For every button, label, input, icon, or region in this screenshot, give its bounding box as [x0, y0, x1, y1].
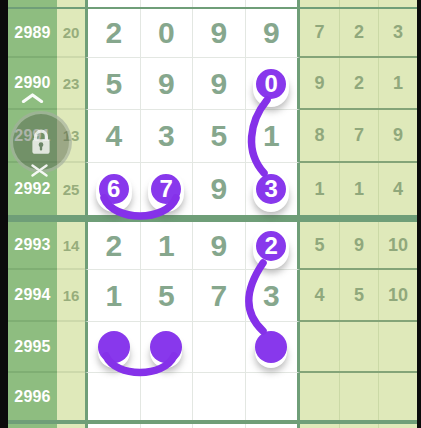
stat-cell: 2 [339, 9, 378, 56]
digit-cells [85, 373, 300, 420]
grid-cell[interactable]: 3 [140, 110, 193, 162]
stat-cells: 5 9 10 [300, 222, 417, 270]
stat-cell: 9 [378, 110, 417, 161]
stat-cell: 4 [378, 163, 417, 215]
stat-cell: 1 [339, 163, 378, 215]
stat-cells: 1 1 4 [300, 163, 417, 215]
row-number: 2989 [8, 9, 57, 58]
row-sum [57, 322, 85, 373]
stat-cell [300, 322, 339, 371]
block-separator [8, 215, 417, 222]
stat-cell: 8 [300, 110, 339, 161]
digit-cells: 6 7 9 3 [85, 163, 300, 215]
grid-cell[interactable]: 1 [140, 222, 193, 269]
digit-cells [85, 322, 300, 373]
grid-cell[interactable]: 9 [245, 9, 298, 57]
grid-cell[interactable] [88, 373, 140, 420]
digit-cells: 2 0 9 9 [85, 9, 300, 58]
grid-cell[interactable]: 0 [140, 9, 193, 57]
selected-dot[interactable] [255, 331, 287, 363]
puzzle-row: 2996 [8, 373, 417, 420]
partial-row-top [8, 0, 417, 7]
puzzle-screen: 2989 20 2 0 9 9 7 2 3 2990 23 5 9 9 0 [0, 0, 421, 428]
digit-cells: 2 1 9 2 [85, 222, 300, 270]
stat-cell [339, 322, 378, 371]
stat-cell: 9 [300, 58, 339, 108]
row-sum: 23 [57, 58, 85, 110]
chevron-up-icon[interactable] [21, 93, 44, 103]
row-number: 2994 [8, 270, 57, 322]
grid-cell[interactable]: 5 [192, 110, 245, 162]
grid-cell[interactable]: 3 [245, 270, 298, 321]
row-sum: 25 [57, 163, 85, 215]
grid-cell[interactable]: 2 [88, 9, 140, 57]
puzzle-row: 2989 20 2 0 9 9 7 2 3 [8, 9, 417, 58]
selected-digit-chip[interactable]: 0 [253, 66, 289, 102]
puzzle-row: 2994 16 1 5 7 3 4 5 10 [8, 270, 417, 322]
grid-cell[interactable]: 0 [245, 58, 298, 109]
stat-cells: 4 5 10 [300, 270, 417, 322]
puzzle-row: 2993 14 2 1 9 2 5 9 10 [8, 222, 417, 270]
row-sum: 16 [57, 270, 85, 322]
selected-digit-chip[interactable]: 3 [253, 171, 289, 207]
grid-cell[interactable]: 1 [245, 110, 298, 162]
stat-cell: 1 [300, 163, 339, 215]
stat-cell: 7 [339, 110, 378, 161]
stat-cell: 5 [339, 270, 378, 320]
grid-cell[interactable] [245, 373, 298, 420]
stat-cell: 10 [378, 222, 417, 268]
grid-cell[interactable] [192, 373, 245, 420]
stat-cell: 10 [378, 270, 417, 320]
row-number: 2993 [8, 222, 57, 270]
stat-cell: 4 [300, 270, 339, 320]
puzzle-board: 2989 20 2 0 9 9 7 2 3 2990 23 5 9 9 0 [8, 0, 417, 428]
row-sum [57, 373, 85, 420]
grid-cell[interactable]: 9 [192, 9, 245, 57]
stat-cell: 9 [339, 222, 378, 268]
stat-cell [378, 373, 417, 420]
selected-digit-chip[interactable]: 2 [253, 228, 289, 264]
row-number: 2996 [8, 373, 57, 420]
grid-cell[interactable] [140, 322, 193, 372]
row-sum: 20 [57, 9, 85, 58]
stat-cell [300, 373, 339, 420]
grid-cell[interactable] [140, 373, 193, 420]
grid-cell[interactable] [245, 322, 298, 372]
puzzle-row: 2992 25 6 7 9 3 1 1 4 [8, 163, 417, 215]
stat-cell: 7 [300, 9, 339, 56]
selected-digit-chip[interactable]: 7 [148, 171, 184, 207]
collapse-indicator-icon[interactable] [31, 164, 48, 177]
selected-dot[interactable] [150, 331, 182, 363]
digit-cells: 4 3 5 1 [85, 110, 300, 163]
stat-cells: 8 7 9 [300, 110, 417, 163]
lock-icon [28, 128, 54, 156]
grid-cell[interactable]: 9 [140, 58, 193, 109]
stat-cell: 3 [378, 9, 417, 56]
grid-cell[interactable]: 7 [192, 270, 245, 321]
stat-cells: 9 2 1 [300, 58, 417, 110]
selected-digit-chip[interactable]: 6 [96, 171, 132, 207]
stat-cell: 5 [300, 222, 339, 268]
stat-cell [339, 373, 378, 420]
row-sum: 14 [57, 222, 85, 270]
stat-cell: 1 [378, 58, 417, 108]
grid-cell[interactable]: 2 [88, 222, 140, 269]
grid-cell[interactable] [88, 322, 140, 372]
stat-cells [300, 322, 417, 373]
stat-cell: 2 [339, 58, 378, 108]
grid-cell[interactable]: 4 [88, 110, 140, 162]
selected-dot[interactable] [98, 331, 130, 363]
grid-cell[interactable]: 6 [88, 163, 140, 215]
grid-cell[interactable]: 5 [140, 270, 193, 321]
grid-cell[interactable] [192, 322, 245, 372]
puzzle-row: 2990 23 5 9 9 0 9 2 1 [8, 58, 417, 110]
grid-cell[interactable]: 7 [140, 163, 193, 215]
grid-cell[interactable]: 9 [192, 163, 245, 215]
grid-cell[interactable]: 2 [245, 222, 298, 269]
grid-cell[interactable]: 3 [245, 163, 298, 215]
grid-cell[interactable]: 9 [192, 58, 245, 109]
grid-cell[interactable]: 9 [192, 222, 245, 269]
row-number: 2995 [8, 322, 57, 373]
stat-cells [300, 373, 417, 420]
stat-cell [378, 322, 417, 371]
digit-cells: 1 5 7 3 [85, 270, 300, 322]
partial-row-bottom [8, 424, 417, 428]
puzzle-row: 2995 [8, 322, 417, 373]
stat-cells: 7 2 3 [300, 9, 417, 58]
digit-cells: 5 9 9 0 [85, 58, 300, 110]
grid-cell[interactable]: 1 [88, 270, 140, 321]
grid-cell[interactable]: 5 [88, 58, 140, 109]
